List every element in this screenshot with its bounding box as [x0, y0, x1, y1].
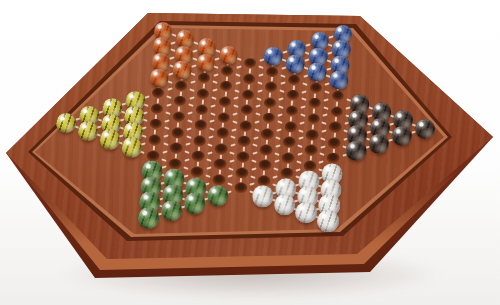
marble-yellow[interactable] — [56, 113, 76, 133]
marble-yellow[interactable] — [121, 137, 141, 157]
marble-blue[interactable] — [308, 63, 327, 82]
marble-black[interactable] — [392, 126, 412, 146]
marble-white[interactable] — [295, 202, 317, 224]
marble-green[interactable] — [207, 185, 228, 206]
marble-green[interactable] — [138, 207, 160, 229]
marble-yellow[interactable] — [78, 121, 98, 141]
marble-orange[interactable] — [219, 46, 238, 65]
marble-blue[interactable] — [264, 47, 283, 66]
marble-orange[interactable] — [150, 68, 169, 87]
marble-white[interactable] — [252, 186, 273, 207]
marble-green[interactable] — [161, 200, 183, 222]
marble-black[interactable] — [369, 133, 389, 153]
marble-black[interactable] — [415, 119, 435, 139]
marble-white[interactable] — [317, 210, 339, 232]
marble-black[interactable] — [346, 141, 367, 162]
marble-blue[interactable] — [329, 71, 348, 90]
marble-green[interactable] — [184, 192, 206, 214]
marble-white[interactable] — [274, 194, 296, 216]
marbles-layer — [0, 0, 500, 305]
chinese-checkers-board-photo — [0, 0, 500, 305]
marble-blue[interactable] — [286, 55, 305, 74]
marble-orange[interactable] — [173, 61, 192, 80]
marble-orange[interactable] — [196, 53, 215, 72]
marble-yellow[interactable] — [100, 129, 120, 149]
